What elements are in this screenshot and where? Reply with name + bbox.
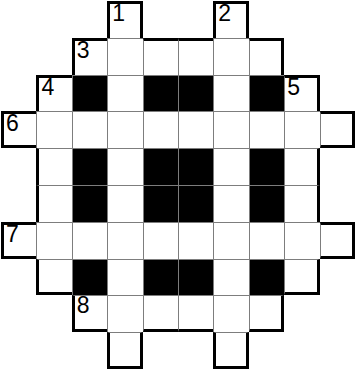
white-cell[interactable]	[36, 148, 71, 185]
white-cell[interactable]	[284, 222, 319, 259]
black-cell	[249, 185, 284, 222]
outside-area	[284, 1, 319, 38]
white-cell[interactable]	[284, 185, 319, 222]
outside-area	[284, 332, 319, 369]
black-cell	[143, 259, 178, 296]
clue-number: 2	[218, 2, 231, 25]
outside-area	[36, 295, 71, 332]
white-cell[interactable]: 3	[72, 38, 107, 75]
white-cell[interactable]	[213, 75, 248, 112]
white-cell[interactable]: 4	[36, 75, 71, 112]
outside-area	[249, 1, 284, 38]
outside-area	[143, 332, 178, 369]
white-cell[interactable]	[143, 295, 178, 332]
outside-area	[320, 75, 355, 112]
outside-area	[1, 1, 36, 38]
black-cell	[72, 185, 107, 222]
outside-area	[1, 259, 36, 296]
white-cell[interactable]	[36, 111, 71, 148]
white-cell[interactable]	[213, 222, 248, 259]
black-cell	[249, 148, 284, 185]
page-background: 12345678	[0, 0, 357, 391]
white-cell[interactable]	[107, 185, 142, 222]
outside-area	[178, 1, 213, 38]
outside-area	[320, 38, 355, 75]
black-cell	[178, 75, 213, 112]
white-cell[interactable]	[72, 222, 107, 259]
outside-area	[178, 332, 213, 369]
outside-area	[36, 1, 71, 38]
outside-area	[1, 295, 36, 332]
white-cell[interactable]	[143, 222, 178, 259]
white-cell[interactable]	[143, 111, 178, 148]
white-cell[interactable]: 5	[284, 75, 319, 112]
outside-area	[36, 332, 71, 369]
outside-area	[284, 38, 319, 75]
outside-area	[284, 295, 319, 332]
outside-area	[143, 1, 178, 38]
white-cell[interactable]	[178, 111, 213, 148]
white-cell[interactable]: 6	[1, 111, 36, 148]
white-cell[interactable]	[213, 259, 248, 296]
black-cell	[178, 148, 213, 185]
clue-number: 3	[77, 39, 90, 62]
outside-area	[320, 295, 355, 332]
outside-area	[36, 38, 71, 75]
white-cell[interactable]: 1	[107, 1, 142, 38]
white-cell[interactable]	[36, 185, 71, 222]
white-cell[interactable]	[107, 259, 142, 296]
white-cell[interactable]	[107, 332, 142, 369]
black-cell	[143, 148, 178, 185]
crossword-board: 12345678	[1, 1, 355, 369]
outside-area	[72, 1, 107, 38]
black-cell	[249, 75, 284, 112]
white-cell[interactable]	[284, 259, 319, 296]
white-cell[interactable]	[213, 295, 248, 332]
black-cell	[72, 75, 107, 112]
outside-area	[1, 38, 36, 75]
white-cell[interactable]	[36, 222, 71, 259]
black-cell	[178, 185, 213, 222]
white-cell[interactable]	[213, 185, 248, 222]
outside-area	[320, 332, 355, 369]
clue-number: 1	[112, 2, 125, 25]
outside-area	[249, 332, 284, 369]
outside-area	[72, 332, 107, 369]
outside-area	[320, 1, 355, 38]
white-cell[interactable]: 8	[72, 295, 107, 332]
white-cell[interactable]	[320, 111, 355, 148]
clue-number: 6	[6, 112, 19, 135]
white-cell[interactable]	[143, 38, 178, 75]
outside-area	[1, 148, 36, 185]
clue-number: 7	[6, 223, 19, 246]
white-cell[interactable]	[107, 148, 142, 185]
clue-number: 5	[287, 76, 300, 99]
white-cell[interactable]	[36, 259, 71, 296]
outside-area	[320, 185, 355, 222]
black-cell	[249, 259, 284, 296]
black-cell	[143, 185, 178, 222]
white-cell[interactable]	[107, 295, 142, 332]
white-cell[interactable]	[213, 111, 248, 148]
white-cell[interactable]	[178, 222, 213, 259]
clue-number: 4	[41, 76, 54, 99]
white-cell[interactable]	[249, 38, 284, 75]
white-cell[interactable]: 2	[213, 1, 248, 38]
white-cell[interactable]	[320, 222, 355, 259]
white-cell[interactable]: 7	[1, 222, 36, 259]
white-cell[interactable]	[249, 295, 284, 332]
white-cell[interactable]	[107, 111, 142, 148]
white-cell[interactable]	[178, 295, 213, 332]
white-cell[interactable]	[107, 38, 142, 75]
white-cell[interactable]	[284, 148, 319, 185]
outside-area	[1, 332, 36, 369]
white-cell[interactable]	[249, 222, 284, 259]
outside-area	[1, 185, 36, 222]
white-cell[interactable]	[72, 111, 107, 148]
clue-number: 8	[77, 294, 90, 317]
white-cell[interactable]	[107, 222, 142, 259]
black-cell	[143, 75, 178, 112]
outside-area	[1, 75, 36, 112]
white-cell[interactable]	[213, 332, 248, 369]
black-cell	[178, 259, 213, 296]
white-cell[interactable]	[249, 111, 284, 148]
outside-area	[320, 259, 355, 296]
black-cell	[72, 259, 107, 296]
outside-area	[320, 148, 355, 185]
white-cell[interactable]	[213, 148, 248, 185]
white-cell[interactable]	[213, 38, 248, 75]
black-cell	[72, 148, 107, 185]
white-cell[interactable]	[107, 75, 142, 112]
white-cell[interactable]	[178, 38, 213, 75]
white-cell[interactable]	[284, 111, 319, 148]
